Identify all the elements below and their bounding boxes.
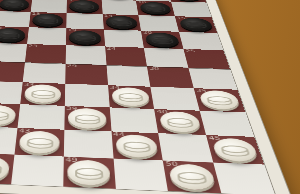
black-piece-square-15[interactable]: ⛂ [178,17,213,31]
white-piece-square-49[interactable]: ⛀ [67,159,110,186]
white-man-glyph: ⛀ [25,132,55,152]
white-piece-square-40[interactable]: ⛀ [159,111,202,133]
square-30[interactable]: 30 [147,66,194,88]
light-square-r9c9 [213,163,275,194]
square-39[interactable]: 39⛀ [64,106,111,132]
square-number: 25 [185,49,196,53]
light-square-r7c7 [109,107,158,133]
black-man-glyph: ⛂ [149,33,175,46]
white-man-glyph: ⛀ [116,88,144,105]
white-piece-square-43[interactable]: ⛀ [19,130,60,154]
light-square-r1c5 [31,0,67,13]
square-23[interactable]: 23 [25,44,66,64]
white-man-glyph: ⛀ [203,91,235,108]
light-square-r2c8 [139,15,180,32]
black-man-glyph: ⛂ [110,16,134,28]
white-man-glyph: ⛀ [217,139,253,160]
black-man-glyph: ⛂ [143,3,167,14]
black-man-glyph: ⛂ [0,29,21,42]
square-43[interactable]: 43⛀ [14,128,64,157]
square-8[interactable]: 8⛂ [0,0,32,12]
white-piece-square-38[interactable]: ⛀ [0,104,16,125]
square-number: 29 [67,64,77,68]
light-square-r7c9 [200,111,255,138]
black-man-glyph: ⛂ [3,0,26,10]
square-19[interactable]: 19⛂ [66,28,105,46]
light-square-r9c7 [113,159,168,191]
white-piece-square-48[interactable]: ⛀ [0,155,10,181]
light-square-r8c8 [159,133,214,162]
light-square-r4c6 [65,45,106,65]
square-33[interactable]: 33⛀ [20,82,65,105]
square-49[interactable]: 49⛀ [63,157,115,189]
white-piece-square-35[interactable]: ⛀ [198,90,241,110]
square-28[interactable]: 28 [0,61,25,82]
white-piece-square-39[interactable]: ⛀ [68,108,107,130]
square-15[interactable]: 15⛂ [175,16,217,33]
light-square-r1c9 [171,2,211,18]
black-piece-square-10[interactable]: ⛂ [139,2,171,15]
light-square-r5c9 [189,68,238,90]
white-piece-square-45[interactable]: ⛀ [211,138,259,163]
square-24[interactable]: 24 [105,47,147,67]
black-piece-square-8[interactable]: ⛂ [0,0,29,11]
light-square-r6c6 [65,84,110,108]
white-man-glyph: ⛀ [29,85,56,102]
light-square-r7c5 [17,104,64,130]
black-man-glyph: ⛂ [74,1,96,12]
white-piece-square-33[interactable]: ⛀ [24,84,61,104]
black-piece-square-20[interactable]: ⛂ [145,32,180,47]
square-44[interactable]: 44⛀ [111,132,163,161]
black-man-glyph: ⛂ [74,31,97,44]
white-piece-square-34[interactable]: ⛀ [111,87,150,107]
light-square-r5c7 [106,65,150,87]
square-14[interactable]: 14⛂ [102,14,141,31]
light-square-r2c6 [66,13,103,30]
light-square-r1c7 [101,0,138,15]
light-square-r3c9 [179,32,223,50]
square-25[interactable]: 25 [184,49,230,69]
light-square-r6c8 [151,87,200,111]
white-man-glyph: ⛀ [121,136,153,157]
light-square-r4c8 [144,48,188,68]
square-50[interactable]: 50⛀ [163,161,221,194]
square-number: 23 [28,44,38,48]
black-piece-square-9[interactable]: ⛂ [69,0,99,13]
black-piece-square-19[interactable]: ⛂ [69,30,101,45]
square-18[interactable]: 18⛂ [0,26,29,44]
light-square-r6c4 [0,81,23,104]
light-square-r8c6 [64,130,114,159]
square-34[interactable]: 34⛀ [108,85,155,109]
square-10[interactable]: 10⛂ [136,1,175,17]
light-square-r9c5 [11,155,64,187]
light-square-r3c5 [27,27,66,45]
square-45[interactable]: 45⛀ [206,135,264,164]
board-frame: 1⛂2⛂3⛂4⛂5⛂6⛂7⛂8⛂9⛂10⛂11⛂12⛂13⛂14⛂15⛂16⛂1… [0,0,295,194]
white-man-glyph: ⛀ [73,161,104,184]
black-man-glyph: ⛂ [183,18,209,30]
white-man-glyph: ⛀ [164,112,196,131]
black-piece-square-18[interactable]: ⛂ [0,28,26,43]
light-square-r4c4 [0,43,27,62]
square-40[interactable]: 40⛀ [154,109,206,135]
square-9[interactable]: 9⛂ [66,0,102,14]
draughts-board: 1⛂2⛂3⛂4⛂5⛂6⛂7⛂8⛂9⛂10⛂11⛂12⛂13⛂14⛂15⛂16⛂1… [0,0,295,194]
square-number: 24 [106,47,116,51]
light-square-r5c5 [23,62,66,83]
black-piece-square-14[interactable]: ⛂ [106,15,138,29]
white-man-glyph: ⛀ [0,157,4,179]
white-man-glyph: ⛀ [73,109,101,128]
white-piece-square-44[interactable]: ⛀ [115,134,158,158]
square-20[interactable]: 20⛂ [141,31,183,49]
white-man-glyph: ⛀ [0,106,11,124]
square-number: 30 [149,67,160,71]
black-piece-square-13[interactable]: ⛂ [32,13,63,27]
white-man-glyph: ⛀ [174,165,210,188]
light-square-r3c7 [104,30,145,48]
white-piece-square-50[interactable]: ⛀ [168,163,217,190]
light-square-r2c4 [0,11,31,27]
square-29[interactable]: 29 [65,64,108,85]
square-35[interactable]: 35⛀ [194,88,246,112]
scene: 1⛂2⛂3⛂4⛂5⛂6⛂7⛂8⛂9⛂10⛂11⛂12⛂13⛂14⛂15⛂16⛂1… [0,0,300,194]
board-grid: 1⛂2⛂3⛂4⛂5⛂6⛂7⛂8⛂9⛂10⛂11⛂12⛂13⛂14⛂15⛂16⛂1… [0,0,276,194]
square-13[interactable]: 13⛂ [29,12,67,29]
black-man-glyph: ⛂ [37,14,60,26]
